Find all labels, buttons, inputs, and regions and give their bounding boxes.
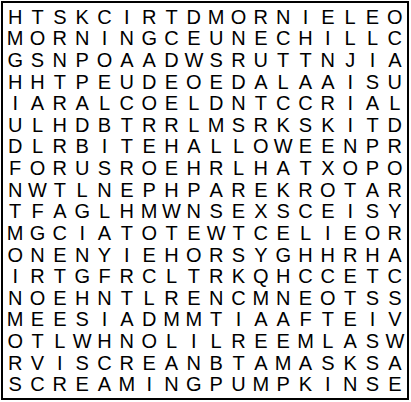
grid-cell-r12c18[interactable]: A [384,244,406,266]
grid-cell-r10c4[interactable]: G [71,200,93,222]
grid-cell-r2c1[interactable]: M [4,28,26,50]
grid-cell-r3c18[interactable]: A [384,49,406,71]
grid-cell-r9c16[interactable]: T [339,179,361,201]
grid-cell-r6c8[interactable]: R [160,114,182,136]
grid-cell-r10c3[interactable]: A [49,200,71,222]
grid-cell-r14c4[interactable]: H [71,287,93,309]
grid-cell-r4c4[interactable]: P [71,71,93,93]
grid-cell-r3c9[interactable]: W [183,49,205,71]
grid-cell-r16c8[interactable]: L [160,330,182,352]
grid-cell-r1c6[interactable]: I [116,6,138,28]
grid-cell-r7c14[interactable]: E [294,136,316,158]
grid-cell-r8c2[interactable]: O [26,157,48,179]
grid-cell-r13c9[interactable]: T [183,265,205,287]
grid-cell-r18c9[interactable]: G [183,373,205,395]
grid-cell-r15c9[interactable]: M [183,309,205,331]
grid-cell-r12c3[interactable]: E [49,244,71,266]
grid-cell-r7c4[interactable]: B [71,136,93,158]
grid-cell-r8c15[interactable]: X [317,157,339,179]
grid-cell-r15c6[interactable]: A [116,309,138,331]
grid-cell-r18c1[interactable]: S [4,373,26,395]
grid-cell-r16c18[interactable]: W [384,330,406,352]
grid-cell-r3c12[interactable]: U [250,49,272,71]
grid-cell-r16c3[interactable]: L [49,330,71,352]
grid-cell-r6c10[interactable]: M [205,114,227,136]
grid-cell-r11c7[interactable]: O [138,222,160,244]
grid-cell-r17c13[interactable]: M [272,352,294,374]
grid-cell-r17c8[interactable]: A [160,352,182,374]
grid-cell-r1c7[interactable]: R [138,6,160,28]
grid-cell-r11c9[interactable]: E [183,222,205,244]
grid-cell-r14c2[interactable]: O [26,287,48,309]
grid-cell-r12c1[interactable]: O [4,244,26,266]
grid-cell-r7c6[interactable]: T [116,136,138,158]
grid-cell-r1c1[interactable]: H [4,6,26,28]
grid-cell-r16c13[interactable]: E [272,330,294,352]
grid-cell-r16c2[interactable]: T [26,330,48,352]
grid-cell-r18c10[interactable]: P [205,373,227,395]
grid-cell-r9c10[interactable]: A [205,179,227,201]
grid-cell-r10c2[interactable]: F [26,200,48,222]
grid-cell-r15c8[interactable]: M [160,309,182,331]
grid-cell-r1c9[interactable]: D [183,6,205,28]
grid-cell-r11c8[interactable]: T [160,222,182,244]
grid-cell-r16c17[interactable]: S [361,330,383,352]
grid-cell-r2c12[interactable]: E [250,28,272,50]
grid-cell-r5c11[interactable]: N [227,92,249,114]
grid-cell-r3c17[interactable]: I [361,49,383,71]
grid-cell-r8c7[interactable]: O [138,157,160,179]
grid-cell-r3c11[interactable]: R [227,49,249,71]
grid-cell-r10c14[interactable]: C [294,200,316,222]
grid-cell-r9c9[interactable]: P [183,179,205,201]
grid-cell-r18c16[interactable]: N [339,373,361,395]
grid-cell-r13c15[interactable]: C [317,265,339,287]
grid-cell-r9c8[interactable]: H [160,179,182,201]
grid-cell-r7c12[interactable]: O [250,136,272,158]
grid-cell-r2c16[interactable]: L [339,28,361,50]
grid-cell-r17c9[interactable]: N [183,352,205,374]
grid-cell-r18c8[interactable]: N [160,373,182,395]
grid-cell-r17c6[interactable]: R [116,352,138,374]
grid-cell-r1c15[interactable]: E [317,6,339,28]
grid-cell-r18c7[interactable]: I [138,373,160,395]
grid-cell-r3c15[interactable]: N [317,49,339,71]
grid-cell-r2c5[interactable]: I [93,28,115,50]
grid-cell-r14c7[interactable]: L [138,287,160,309]
grid-cell-r14c10[interactable]: N [205,287,227,309]
grid-cell-r3c6[interactable]: A [116,49,138,71]
grid-cell-r15c4[interactable]: S [71,309,93,331]
grid-cell-r13c7[interactable]: C [138,265,160,287]
grid-cell-r12c16[interactable]: R [339,244,361,266]
grid-cell-r10c6[interactable]: H [116,200,138,222]
grid-cell-r14c9[interactable]: E [183,287,205,309]
grid-cell-r12c14[interactable]: H [294,244,316,266]
grid-cell-r6c6[interactable]: T [116,114,138,136]
grid-cell-r9c13[interactable]: K [272,179,294,201]
grid-cell-r17c18[interactable]: A [384,352,406,374]
grid-cell-r5c13[interactable]: C [272,92,294,114]
grid-cell-r13c3[interactable]: T [49,265,71,287]
grid-cell-r3c14[interactable]: T [294,49,316,71]
grid-cell-r15c15[interactable]: T [317,309,339,331]
grid-cell-r16c5[interactable]: H [93,330,115,352]
grid-cell-r5c3[interactable]: R [49,92,71,114]
grid-cell-r17c17[interactable]: S [361,352,383,374]
grid-cell-r6c5[interactable]: B [93,114,115,136]
grid-cell-r7c3[interactable]: R [49,136,71,158]
grid-cell-r9c1[interactable]: N [4,179,26,201]
grid-cell-r18c15[interactable]: I [317,373,339,395]
grid-cell-r13c17[interactable]: T [361,265,383,287]
grid-cell-r5c10[interactable]: D [205,92,227,114]
grid-cell-r13c14[interactable]: C [294,265,316,287]
grid-cell-r5c6[interactable]: C [116,92,138,114]
grid-cell-r18c5[interactable]: A [93,373,115,395]
grid-cell-r15c14[interactable]: F [294,309,316,331]
grid-cell-r13c2[interactable]: R [26,265,48,287]
grid-cell-r8c6[interactable]: R [116,157,138,179]
grid-cell-r5c7[interactable]: O [138,92,160,114]
grid-cell-r9c11[interactable]: R [227,179,249,201]
grid-cell-r11c13[interactable]: E [272,222,294,244]
grid-cell-r10c10[interactable]: S [205,200,227,222]
grid-cell-r9c15[interactable]: O [317,179,339,201]
grid-cell-r11c12[interactable]: C [250,222,272,244]
grid-cell-r13c13[interactable]: H [272,265,294,287]
grid-cell-r1c13[interactable]: N [272,6,294,28]
grid-cell-r16c14[interactable]: M [294,330,316,352]
grid-cell-r12c15[interactable]: H [317,244,339,266]
grid-cell-r4c6[interactable]: U [116,71,138,93]
grid-cell-r4c10[interactable]: E [205,71,227,93]
grid-cell-r15c12[interactable]: A [250,309,272,331]
grid-cell-r4c14[interactable]: A [294,71,316,93]
grid-cell-r3c16[interactable]: J [339,49,361,71]
grid-cell-r7c1[interactable]: D [4,136,26,158]
grid-cell-r15c17[interactable]: I [361,309,383,331]
grid-cell-r8c17[interactable]: P [361,157,383,179]
grid-cell-r17c7[interactable]: E [138,352,160,374]
grid-cell-r13c18[interactable]: C [384,265,406,287]
grid-cell-r9c3[interactable]: T [49,179,71,201]
grid-cell-r6c1[interactable]: U [4,114,26,136]
grid-cell-r4c1[interactable]: H [4,71,26,93]
grid-cell-r12c12[interactable]: Y [250,244,272,266]
grid-cell-r8c11[interactable]: L [227,157,249,179]
grid-cell-r16c1[interactable]: O [4,330,26,352]
grid-cell-r8c9[interactable]: H [183,157,205,179]
grid-cell-r12c7[interactable]: E [138,244,160,266]
grid-cell-r4c15[interactable]: A [317,71,339,93]
grid-cell-r5c8[interactable]: E [160,92,182,114]
grid-cell-r18c3[interactable]: R [49,373,71,395]
grid-cell-r17c14[interactable]: A [294,352,316,374]
grid-cell-r12c17[interactable]: H [361,244,383,266]
grid-cell-r8c1[interactable]: F [4,157,26,179]
grid-cell-r6c7[interactable]: R [138,114,160,136]
grid-cell-r17c5[interactable]: C [93,352,115,374]
grid-cell-r1c18[interactable]: O [384,6,406,28]
grid-cell-r7c8[interactable]: H [160,136,182,158]
grid-cell-r16c16[interactable]: A [339,330,361,352]
grid-cell-r1c3[interactable]: S [49,6,71,28]
grid-cell-r1c5[interactable]: C [93,6,115,28]
grid-cell-r9c14[interactable]: R [294,179,316,201]
grid-cell-r15c10[interactable]: T [205,309,227,331]
grid-cell-r11c2[interactable]: G [26,222,48,244]
grid-cell-r2c4[interactable]: N [71,28,93,50]
grid-cell-r18c14[interactable]: K [294,373,316,395]
grid-cell-r15c11[interactable]: I [227,309,249,331]
grid-cell-r11c5[interactable]: A [93,222,115,244]
grid-cell-r12c13[interactable]: G [272,244,294,266]
grid-cell-r7c9[interactable]: A [183,136,205,158]
grid-cell-r10c17[interactable]: S [361,200,383,222]
grid-cell-r7c11[interactable]: L [227,136,249,158]
grid-cell-r10c13[interactable]: S [272,200,294,222]
grid-cell-r7c5[interactable]: I [93,136,115,158]
grid-cell-r15c7[interactable]: D [138,309,160,331]
grid-cell-r2c15[interactable]: I [317,28,339,50]
grid-cell-r5c9[interactable]: L [183,92,205,114]
grid-cell-r8c5[interactable]: S [93,157,115,179]
grid-cell-r3c8[interactable]: D [160,49,182,71]
grid-cell-r6c2[interactable]: L [26,114,48,136]
grid-cell-r16c9[interactable]: I [183,330,205,352]
grid-cell-r16c10[interactable]: L [205,330,227,352]
grid-cell-r8c13[interactable]: A [272,157,294,179]
grid-cell-r3c1[interactable]: G [4,49,26,71]
grid-cell-r14c15[interactable]: O [317,287,339,309]
grid-cell-r2c18[interactable]: C [384,28,406,50]
grid-cell-r7c16[interactable]: N [339,136,361,158]
grid-cell-r5c5[interactable]: L [93,92,115,114]
grid-cell-r1c17[interactable]: E [361,6,383,28]
grid-cell-r2c6[interactable]: N [116,28,138,50]
grid-cell-r16c6[interactable]: N [116,330,138,352]
grid-cell-r13c6[interactable]: R [116,265,138,287]
grid-cell-r11c6[interactable]: T [116,222,138,244]
grid-cell-r16c12[interactable]: E [250,330,272,352]
grid-cell-r14c14[interactable]: E [294,287,316,309]
grid-cell-r11c4[interactable]: I [71,222,93,244]
grid-cell-r14c6[interactable]: T [116,287,138,309]
grid-cell-r1c12[interactable]: R [250,6,272,28]
grid-cell-r4c9[interactable]: O [183,71,205,93]
grid-cell-r11c15[interactable]: I [317,222,339,244]
grid-cell-r18c2[interactable]: C [26,373,48,395]
grid-cell-r9c2[interactable]: W [26,179,48,201]
grid-cell-r17c2[interactable]: V [26,352,48,374]
grid-cell-r10c5[interactable]: L [93,200,115,222]
grid-cell-r16c4[interactable]: W [71,330,93,352]
grid-cell-r14c3[interactable]: E [49,287,71,309]
grid-cell-r15c1[interactable]: M [4,309,26,331]
grid-cell-r15c13[interactable]: A [272,309,294,331]
grid-cell-r14c11[interactable]: C [227,287,249,309]
grid-cell-r12c9[interactable]: O [183,244,205,266]
grid-cell-r2c3[interactable]: R [49,28,71,50]
grid-cell-r6c14[interactable]: S [294,114,316,136]
grid-cell-r5c17[interactable]: A [361,92,383,114]
grid-cell-r9c12[interactable]: E [250,179,272,201]
grid-cell-r2c14[interactable]: H [294,28,316,50]
grid-cell-r17c15[interactable]: S [317,352,339,374]
grid-cell-r5c2[interactable]: A [26,92,48,114]
grid-cell-r17c11[interactable]: T [227,352,249,374]
grid-cell-r18c6[interactable]: M [116,373,138,395]
grid-cell-r8c10[interactable]: R [205,157,227,179]
grid-cell-r6c18[interactable]: D [384,114,406,136]
grid-cell-r14c17[interactable]: S [361,287,383,309]
grid-cell-r1c2[interactable]: T [26,6,48,28]
grid-cell-r3c4[interactable]: P [71,49,93,71]
grid-cell-r18c17[interactable]: S [361,373,383,395]
grid-cell-r8c4[interactable]: U [71,157,93,179]
grid-cell-r10c18[interactable]: Y [384,200,406,222]
grid-cell-r4c13[interactable]: L [272,71,294,93]
grid-cell-r3c3[interactable]: N [49,49,71,71]
grid-cell-r11c11[interactable]: T [227,222,249,244]
grid-cell-r2c13[interactable]: C [272,28,294,50]
grid-cell-r17c12[interactable]: A [250,352,272,374]
grid-cell-r6c9[interactable]: L [183,114,205,136]
grid-cell-r15c3[interactable]: E [49,309,71,331]
grid-cell-r9c6[interactable]: E [116,179,138,201]
grid-cell-r17c1[interactable]: R [4,352,26,374]
grid-cell-r18c12[interactable]: M [250,373,272,395]
grid-cell-r6c3[interactable]: H [49,114,71,136]
grid-cell-r9c17[interactable]: A [361,179,383,201]
grid-cell-r7c17[interactable]: P [361,136,383,158]
grid-cell-r8c12[interactable]: H [250,157,272,179]
grid-cell-r2c7[interactable]: G [138,28,160,50]
grid-cell-r4c16[interactable]: I [339,71,361,93]
grid-cell-r16c7[interactable]: O [138,330,160,352]
grid-cell-r1c14[interactable]: I [294,6,316,28]
grid-cell-r4c8[interactable]: E [160,71,182,93]
grid-cell-r1c4[interactable]: K [71,6,93,28]
grid-cell-r5c12[interactable]: T [250,92,272,114]
grid-cell-r12c8[interactable]: H [160,244,182,266]
grid-cell-r9c7[interactable]: P [138,179,160,201]
grid-cell-r12c4[interactable]: N [71,244,93,266]
grid-cell-r3c7[interactable]: A [138,49,160,71]
grid-cell-r3c5[interactable]: O [93,49,115,71]
grid-cell-r2c11[interactable]: N [227,28,249,50]
grid-cell-r4c17[interactable]: S [361,71,383,93]
grid-cell-r4c11[interactable]: D [227,71,249,93]
grid-cell-r3c13[interactable]: T [272,49,294,71]
grid-cell-r18c13[interactable]: P [272,373,294,395]
grid-cell-r13c5[interactable]: F [93,265,115,287]
grid-cell-r1c10[interactable]: M [205,6,227,28]
grid-cell-r3c10[interactable]: S [205,49,227,71]
grid-cell-r6c11[interactable]: S [227,114,249,136]
grid-cell-r2c8[interactable]: C [160,28,182,50]
grid-cell-r11c17[interactable]: O [361,222,383,244]
grid-cell-r1c8[interactable]: T [160,6,182,28]
grid-cell-r14c8[interactable]: R [160,287,182,309]
grid-cell-r15c2[interactable]: E [26,309,48,331]
grid-cell-r4c7[interactable]: D [138,71,160,93]
grid-cell-r12c6[interactable]: I [116,244,138,266]
grid-cell-r10c7[interactable]: M [138,200,160,222]
grid-cell-r13c4[interactable]: G [71,265,93,287]
grid-cell-r8c18[interactable]: O [384,157,406,179]
grid-cell-r18c4[interactable]: E [71,373,93,395]
grid-cell-r11c16[interactable]: E [339,222,361,244]
grid-cell-r11c1[interactable]: M [4,222,26,244]
grid-cell-r17c4[interactable]: S [71,352,93,374]
grid-cell-r6c15[interactable]: K [317,114,339,136]
grid-cell-r2c17[interactable]: L [361,28,383,50]
grid-cell-r11c10[interactable]: W [205,222,227,244]
grid-cell-r8c8[interactable]: E [160,157,182,179]
grid-cell-r1c11[interactable]: O [227,6,249,28]
grid-cell-r10c11[interactable]: E [227,200,249,222]
grid-cell-r2c10[interactable]: U [205,28,227,50]
grid-cell-r6c17[interactable]: T [361,114,383,136]
grid-cell-r4c3[interactable]: T [49,71,71,93]
grid-cell-r2c2[interactable]: O [26,28,48,50]
grid-cell-r5c16[interactable]: I [339,92,361,114]
grid-cell-r14c13[interactable]: N [272,287,294,309]
grid-cell-r4c2[interactable]: H [26,71,48,93]
grid-cell-r1c16[interactable]: L [339,6,361,28]
grid-cell-r10c16[interactable]: I [339,200,361,222]
grid-cell-r4c18[interactable]: U [384,71,406,93]
grid-cell-r7c15[interactable]: E [317,136,339,158]
grid-cell-r5c15[interactable]: R [317,92,339,114]
grid-cell-r13c16[interactable]: E [339,265,361,287]
grid-cell-r10c15[interactable]: E [317,200,339,222]
grid-cell-r10c12[interactable]: X [250,200,272,222]
grid-cell-r8c16[interactable]: O [339,157,361,179]
grid-cell-r14c16[interactable]: T [339,287,361,309]
grid-cell-r11c14[interactable]: L [294,222,316,244]
grid-cell-r6c12[interactable]: R [250,114,272,136]
grid-cell-r13c8[interactable]: L [160,265,182,287]
grid-cell-r4c5[interactable]: E [93,71,115,93]
grid-cell-r16c11[interactable]: R [227,330,249,352]
grid-cell-r14c12[interactable]: M [250,287,272,309]
grid-cell-r18c18[interactable]: E [384,373,406,395]
grid-cell-r17c10[interactable]: B [205,352,227,374]
grid-cell-r14c18[interactable]: S [384,287,406,309]
grid-cell-r5c18[interactable]: L [384,92,406,114]
grid-cell-r4c12[interactable]: A [250,71,272,93]
grid-cell-r6c4[interactable]: D [71,114,93,136]
grid-cell-r7c10[interactable]: L [205,136,227,158]
grid-cell-r13c10[interactable]: R [205,265,227,287]
grid-cell-r12c5[interactable]: Y [93,244,115,266]
grid-cell-r14c1[interactable]: N [4,287,26,309]
grid-cell-r12c10[interactable]: R [205,244,227,266]
grid-cell-r2c9[interactable]: E [183,28,205,50]
grid-cell-r12c11[interactable]: S [227,244,249,266]
grid-cell-r7c18[interactable]: R [384,136,406,158]
grid-cell-r9c18[interactable]: R [384,179,406,201]
grid-cell-r10c1[interactable]: T [4,200,26,222]
grid-cell-r8c14[interactable]: T [294,157,316,179]
grid-cell-r7c2[interactable]: L [26,136,48,158]
grid-cell-r5c4[interactable]: A [71,92,93,114]
grid-cell-r12c2[interactable]: N [26,244,48,266]
grid-cell-r7c13[interactable]: W [272,136,294,158]
